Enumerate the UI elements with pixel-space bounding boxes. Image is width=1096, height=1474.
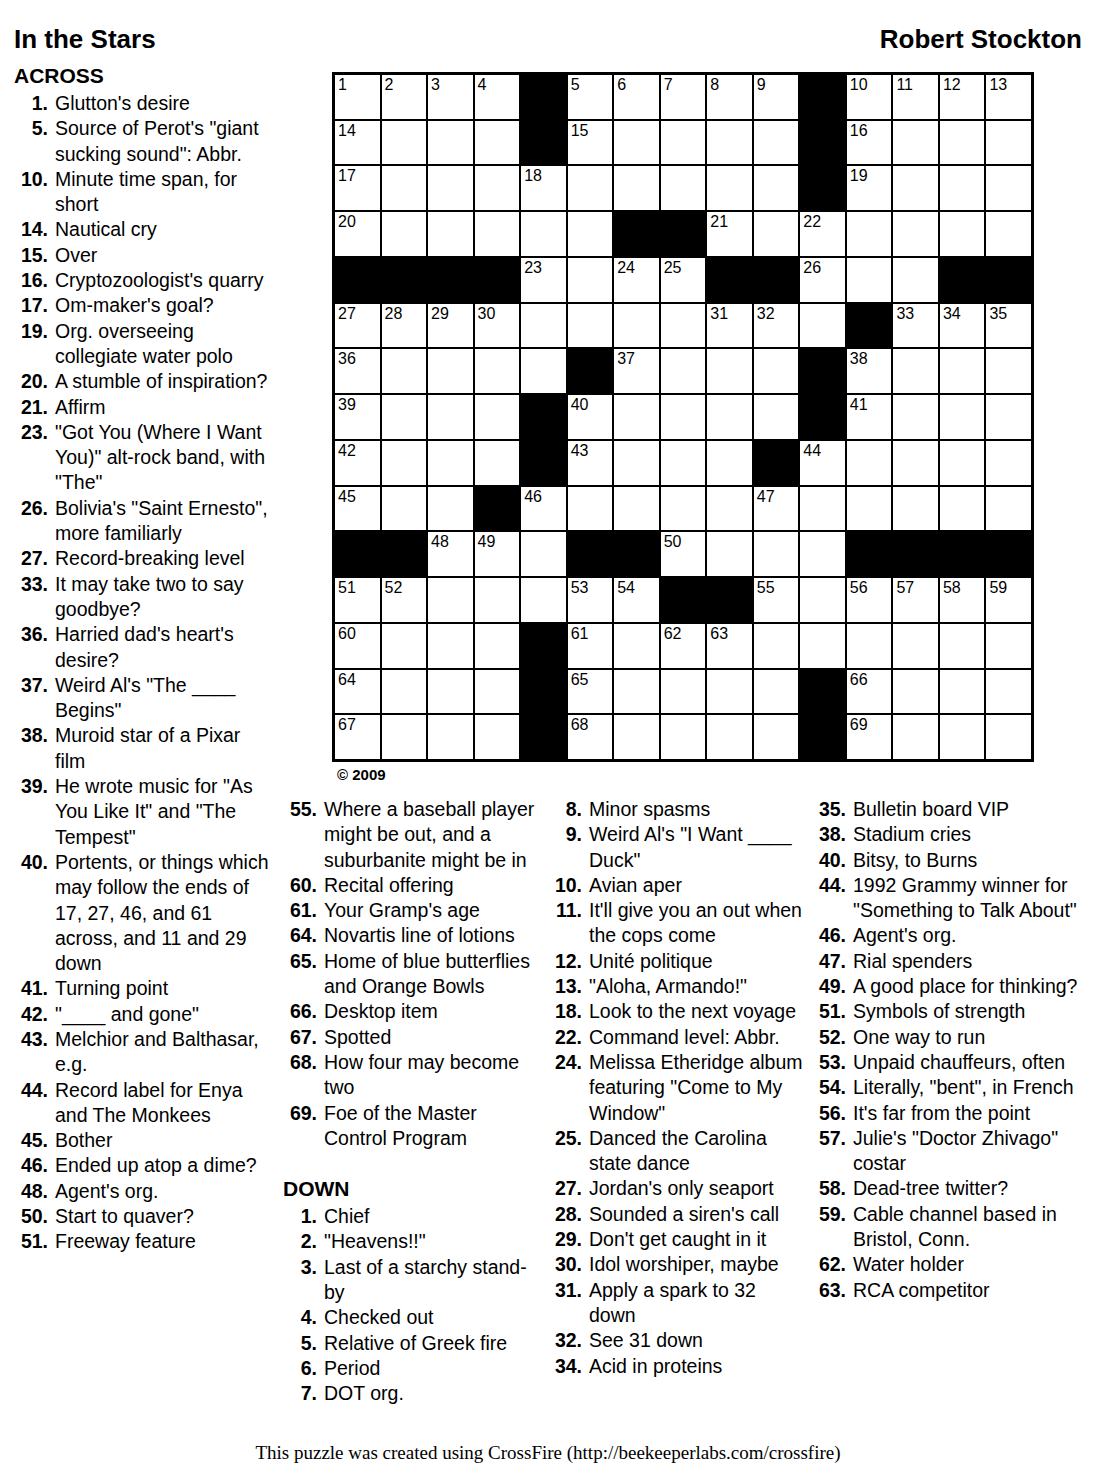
clue-number: 13.: [548, 974, 589, 999]
grid-cell-r5c5[interactable]: 23: [521, 258, 566, 302]
grid-cell-r2c1[interactable]: 14: [335, 121, 380, 165]
grid-cell-r10c8[interactable]: [661, 487, 706, 531]
cell-number: 2: [385, 76, 394, 93]
grid-cell-r14c3[interactable]: [428, 670, 473, 714]
grid-cell-r12c4[interactable]: [475, 578, 520, 622]
clue-number: 37.: [14, 673, 55, 698]
down-clue-38: 38.Stadium cries: [812, 822, 1094, 847]
clue-number: 8.: [548, 797, 589, 822]
grid-cell-r2c2[interactable]: [382, 121, 427, 165]
grid-cell-r6c4[interactable]: 30: [475, 304, 520, 348]
grid-cell-r9c4[interactable]: [475, 441, 520, 485]
grid-cell-r6c3[interactable]: 29: [428, 304, 473, 348]
grid-cell-r4c15[interactable]: [986, 212, 1031, 256]
grid-cell-r9c2[interactable]: [382, 441, 427, 485]
grid-cell-r13c6[interactable]: 61: [568, 624, 613, 668]
grid-cell-r6c6[interactable]: [568, 304, 613, 348]
clue-text: Minute time span, for short: [55, 167, 272, 218]
grid-cell-r6c15[interactable]: 35: [986, 304, 1031, 348]
puzzle-page: In the Stars Robert Stockton ACROSS 1.Gl…: [0, 0, 1096, 1474]
clue-number: 5.: [14, 116, 55, 141]
grid-cell-r7c15[interactable]: [986, 349, 1031, 393]
grid-cell-r4c11[interactable]: 22: [800, 212, 845, 256]
grid-cell-r1c8[interactable]: 7: [661, 75, 706, 119]
grid-cell-r13c7[interactable]: [614, 624, 659, 668]
grid-cell-r4c12[interactable]: [847, 212, 892, 256]
grid-cell-r15c9[interactable]: [707, 715, 752, 759]
block-cell-r5c4: [475, 258, 520, 302]
cell-number: 14: [338, 122, 356, 139]
grid-cell-r15c13[interactable]: [893, 715, 938, 759]
grid-cell-r9c11[interactable]: 44: [800, 441, 845, 485]
grid-cell-r11c8[interactable]: 50: [661, 532, 706, 576]
cell-number: 29: [431, 305, 449, 322]
clue-number: 41.: [14, 976, 55, 1001]
grid-cell-r5c6[interactable]: [568, 258, 613, 302]
grid-cell-r3c1[interactable]: 17: [335, 166, 380, 210]
grid-cell-r1c10[interactable]: 9: [754, 75, 799, 119]
grid-cell-r15c4[interactable]: [475, 715, 520, 759]
grid-cell-r15c7[interactable]: [614, 715, 659, 759]
grid-cell-r6c9[interactable]: 31: [707, 304, 752, 348]
grid-cell-r1c1[interactable]: 1: [335, 75, 380, 119]
grid-cell-r6c2[interactable]: 28: [382, 304, 427, 348]
grid-cell-r3c4[interactable]: [475, 166, 520, 210]
across-clue-37: 37.Weird Al's "The ____ Begins": [14, 673, 272, 724]
across-clue-64: 64.Novartis line of lotions: [283, 923, 543, 948]
block-cell-r1c11: [800, 75, 845, 119]
grid-cell-r14c10[interactable]: [754, 670, 799, 714]
down-clue-34: 34.Acid in proteins: [548, 1354, 805, 1379]
grid-cell-r7c4[interactable]: [475, 349, 520, 393]
grid-cell-r14c15[interactable]: [986, 670, 1031, 714]
grid-cell-r6c8[interactable]: [661, 304, 706, 348]
block-cell-r5c14: [940, 258, 985, 302]
clue-text: Agent's org.: [55, 1179, 272, 1204]
grid-cell-r6c5[interactable]: [521, 304, 566, 348]
grid-cell-r12c7[interactable]: 54: [614, 578, 659, 622]
grid-cell-r5c13[interactable]: [893, 258, 938, 302]
cell-number: 30: [478, 305, 496, 322]
grid-cell-r8c13[interactable]: [893, 395, 938, 439]
cell-number: 60: [338, 625, 356, 642]
clue-text: RCA competitor: [853, 1278, 1094, 1303]
cell-number: 38: [850, 350, 868, 367]
grid-cell-r8c6[interactable]: 40: [568, 395, 613, 439]
grid-cell-r7c9[interactable]: [707, 349, 752, 393]
grid-cell-r1c12[interactable]: 10: [847, 75, 892, 119]
grid-cell-r1c6[interactable]: 5: [568, 75, 613, 119]
clue-text: Foe of the Master Control Program: [324, 1101, 543, 1152]
grid-cell-r13c11[interactable]: [800, 624, 845, 668]
grid-cell-r15c10[interactable]: [754, 715, 799, 759]
grid-cell-r4c2[interactable]: [382, 212, 427, 256]
grid-cell-r9c15[interactable]: [986, 441, 1031, 485]
clue-number: 12.: [548, 949, 589, 974]
clue-number: 40.: [14, 850, 55, 875]
grid-cell-r3c14[interactable]: [940, 166, 985, 210]
cell-number: 62: [664, 625, 682, 642]
across-clue-1: 1.Glutton's desire: [14, 91, 272, 116]
block-cell-r14c5: [521, 670, 566, 714]
grid-cell-r11c10[interactable]: [754, 532, 799, 576]
grid-cell-r11c4[interactable]: 49: [475, 532, 520, 576]
grid-cell-r6c11[interactable]: [800, 304, 845, 348]
cell-number: 65: [571, 671, 589, 688]
grid-cell-r2c15[interactable]: [986, 121, 1031, 165]
grid-cell-r12c1[interactable]: 51: [335, 578, 380, 622]
block-cell-r11c14: [940, 532, 985, 576]
grid-cell-r12c2[interactable]: 52: [382, 578, 427, 622]
grid-cell-r13c9[interactable]: 63: [707, 624, 752, 668]
bottom-column-2: 8.Minor spasms9.Weird Al's "I Want ____ …: [548, 797, 805, 1379]
grid-cell-r8c3[interactable]: [428, 395, 473, 439]
down-clue-10: 10.Avian aper: [548, 873, 805, 898]
grid-cell-r15c14[interactable]: [940, 715, 985, 759]
grid-cell-r1c13[interactable]: 11: [893, 75, 938, 119]
grid-cell-r8c8[interactable]: [661, 395, 706, 439]
grid-cell-r10c5[interactable]: 46: [521, 487, 566, 531]
clue-text: Chief: [324, 1204, 543, 1229]
down-clue-4: 4.Checked out: [283, 1305, 543, 1330]
grid-cell-r8c10[interactable]: [754, 395, 799, 439]
grid-cell-r11c9[interactable]: [707, 532, 752, 576]
copyright-notice: © 2009: [337, 766, 386, 783]
grid-cell-r8c12[interactable]: 41: [847, 395, 892, 439]
clue-text: Where a baseball player might be out, an…: [324, 797, 543, 873]
clue-text: Unpaid chauffeurs, often: [853, 1050, 1094, 1075]
grid-cell-r4c6[interactable]: [568, 212, 613, 256]
grid-cell-r8c7[interactable]: [614, 395, 659, 439]
grid-cell-r3c9[interactable]: [707, 166, 752, 210]
across-clue-65: 65.Home of blue butterflies and Orange B…: [283, 949, 543, 1000]
down-clue-35: 35.Bulletin board VIP: [812, 797, 1094, 822]
grid-cell-r3c5[interactable]: 18: [521, 166, 566, 210]
grid-cell-r10c10[interactable]: 47: [754, 487, 799, 531]
grid-cell-r7c14[interactable]: [940, 349, 985, 393]
grid-cell-r6c7[interactable]: [614, 304, 659, 348]
grid-cell-r13c2[interactable]: [382, 624, 427, 668]
grid-cell-r7c10[interactable]: [754, 349, 799, 393]
block-cell-r12c9: [707, 578, 752, 622]
grid-cell-r5c12[interactable]: [847, 258, 892, 302]
grid-cell-r11c5[interactable]: [521, 532, 566, 576]
grid-cell-r1c15[interactable]: 13: [986, 75, 1031, 119]
clue-text: Weird Al's "The ____ Begins": [55, 673, 272, 724]
grid-cell-r15c2[interactable]: [382, 715, 427, 759]
grid-cell-r3c13[interactable]: [893, 166, 938, 210]
clue-text: Julie's "Doctor Zhivago" costar: [853, 1126, 1094, 1177]
grid-cell-r9c9[interactable]: [707, 441, 752, 485]
grid-cell-r1c14[interactable]: 12: [940, 75, 985, 119]
clue-number: 5.: [283, 1331, 324, 1356]
across-clue-51: 51.Freeway feature: [14, 1229, 272, 1254]
grid-cell-r14c4[interactable]: [475, 670, 520, 714]
block-cell-r5c15: [986, 258, 1031, 302]
grid-cell-r14c2[interactable]: [382, 670, 427, 714]
grid-cell-r12c5[interactable]: [521, 578, 566, 622]
grid-cell-r3c6[interactable]: [568, 166, 613, 210]
grid-cell-r14c7[interactable]: [614, 670, 659, 714]
grid-cell-r8c15[interactable]: [986, 395, 1031, 439]
grid-cell-r2c10[interactable]: [754, 121, 799, 165]
grid-cell-r12c12[interactable]: 56: [847, 578, 892, 622]
grid-cell-r1c2[interactable]: 2: [382, 75, 427, 119]
grid-cell-r4c4[interactable]: [475, 212, 520, 256]
grid-cell-r7c12[interactable]: 38: [847, 349, 892, 393]
grid-cell-r2c13[interactable]: [893, 121, 938, 165]
clue-number: 23.: [14, 420, 55, 445]
cell-number: 54: [617, 579, 635, 596]
cell-number: 50: [664, 533, 682, 550]
grid-cell-r9c6[interactable]: 43: [568, 441, 613, 485]
clue-text: Glutton's desire: [55, 91, 272, 116]
grid-cell-r9c3[interactable]: [428, 441, 473, 485]
cell-number: 11: [896, 76, 913, 93]
grid-cell-r3c15[interactable]: [986, 166, 1031, 210]
clue-number: 53.: [812, 1050, 853, 1075]
down-clue-27: 27.Jordan's only seaport: [548, 1176, 805, 1201]
grid-cell-r10c13[interactable]: [893, 487, 938, 531]
grid-cell-r12c15[interactable]: 59: [986, 578, 1031, 622]
clue-text: Don't get caught in it: [589, 1227, 805, 1252]
grid-cell-r13c1[interactable]: 60: [335, 624, 380, 668]
clue-number: 60.: [283, 873, 324, 898]
grid-cell-r8c1[interactable]: 39: [335, 395, 380, 439]
grid-cell-r9c1[interactable]: 42: [335, 441, 380, 485]
grid-cell-r6c1[interactable]: 27: [335, 304, 380, 348]
grid-cell-r4c5[interactable]: [521, 212, 566, 256]
cell-number: 24: [617, 259, 635, 276]
grid-cell-r8c9[interactable]: [707, 395, 752, 439]
grid-cell-r13c13[interactable]: [893, 624, 938, 668]
grid-cell-r4c13[interactable]: [893, 212, 938, 256]
grid-cell-r15c1[interactable]: 67: [335, 715, 380, 759]
grid-cell-r11c11[interactable]: [800, 532, 845, 576]
clue-text: Cable channel based in Bristol, Conn.: [853, 1202, 1094, 1253]
clue-number: 55.: [283, 797, 324, 822]
clue-number: 22.: [548, 1025, 589, 1050]
grid-cell-r10c9[interactable]: [707, 487, 752, 531]
grid-cell-r14c6[interactable]: 65: [568, 670, 613, 714]
grid-cell-r1c7[interactable]: 6: [614, 75, 659, 119]
clue-number: 10.: [14, 167, 55, 192]
grid-cell-r3c2[interactable]: [382, 166, 427, 210]
grid-cell-r13c14[interactable]: [940, 624, 985, 668]
grid-cell-r2c4[interactable]: [475, 121, 520, 165]
grid-cell-r6c13[interactable]: 33: [893, 304, 938, 348]
clue-text: Sounded a siren's call: [589, 1202, 805, 1227]
grid-cell-r4c14[interactable]: [940, 212, 985, 256]
block-cell-r8c11: [800, 395, 845, 439]
across-clue-42: 42."____ and gone": [14, 1002, 272, 1027]
grid-cell-r15c3[interactable]: [428, 715, 473, 759]
grid-cell-r14c1[interactable]: 64: [335, 670, 380, 714]
block-cell-r5c9: [707, 258, 752, 302]
cell-number: 57: [896, 579, 914, 596]
grid-cell-r12c10[interactable]: 55: [754, 578, 799, 622]
grid-cell-r4c10[interactable]: [754, 212, 799, 256]
bottom-column-3: 35.Bulletin board VIP38.Stadium cries40.…: [812, 797, 1094, 1303]
grid-cell-r14c9[interactable]: [707, 670, 752, 714]
down-clue-24: 24.Melissa Etheridge album featuring "Co…: [548, 1050, 805, 1126]
grid-cell-r12c14[interactable]: 58: [940, 578, 985, 622]
clue-text: 1992 Grammy winner for "Something to Tal…: [853, 873, 1094, 924]
block-cell-r1c5: [521, 75, 566, 119]
grid-cell-r7c1[interactable]: 36: [335, 349, 380, 393]
grid-cell-r3c12[interactable]: 19: [847, 166, 892, 210]
grid-cell-r14c13[interactable]: [893, 670, 938, 714]
across-clue-43: 43.Melchior and Balthasar, e.g.: [14, 1027, 272, 1078]
clue-text: Minor spasms: [589, 797, 805, 822]
grid-cell-r12c13[interactable]: 57: [893, 578, 938, 622]
grid-cell-r9c14[interactable]: [940, 441, 985, 485]
grid-cell-r13c15[interactable]: [986, 624, 1031, 668]
cell-number: 23: [524, 259, 542, 276]
grid-cell-r14c12[interactable]: 66: [847, 670, 892, 714]
cell-number: 67: [338, 716, 356, 733]
clue-number: 54.: [812, 1075, 853, 1100]
grid-cell-r13c3[interactable]: [428, 624, 473, 668]
block-cell-r6c12: [847, 304, 892, 348]
clue-text: Harried dad's heart's desire?: [55, 622, 272, 673]
grid-cell-r9c12[interactable]: [847, 441, 892, 485]
block-cell-r7c11: [800, 349, 845, 393]
across-clue-39: 39.He wrote music for "As You Like It" a…: [14, 774, 272, 850]
grid-cell-r12c11[interactable]: [800, 578, 845, 622]
grid-cell-r2c3[interactable]: [428, 121, 473, 165]
grid-cell-r7c8[interactable]: [661, 349, 706, 393]
down-clue-57: 57.Julie's "Doctor Zhivago" costar: [812, 1126, 1094, 1177]
grid-cell-r7c5[interactable]: [521, 349, 566, 393]
grid-cell-r8c4[interactable]: [475, 395, 520, 439]
grid-cell-r5c7[interactable]: 24: [614, 258, 659, 302]
across-clue-17: 17.Om-maker's goal?: [14, 293, 272, 318]
cell-number: 53: [571, 579, 589, 596]
grid-cell-r15c12[interactable]: 69: [847, 715, 892, 759]
grid-cell-r7c7[interactable]: 37: [614, 349, 659, 393]
across-clue-55: 55.Where a baseball player might be out,…: [283, 797, 543, 873]
grid-cell-r13c8[interactable]: 62: [661, 624, 706, 668]
down-header: DOWN: [283, 1176, 543, 1202]
grid-cell-r12c3[interactable]: [428, 578, 473, 622]
grid-cell-r5c8[interactable]: 25: [661, 258, 706, 302]
cell-number: 5: [571, 76, 580, 93]
clue-number: 44.: [14, 1078, 55, 1103]
grid-cell-r4c9[interactable]: 21: [707, 212, 752, 256]
grid-cell-r7c13[interactable]: [893, 349, 938, 393]
clue-number: 11.: [548, 898, 589, 923]
clue-number: 18.: [548, 999, 589, 1024]
down-clue-list: 1.Chief2."Heavens!!"3.Last of a starchy …: [283, 1204, 543, 1406]
grid-cell-r3c10[interactable]: [754, 166, 799, 210]
grid-cell-r3c8[interactable]: [661, 166, 706, 210]
grid-cell-r2c12[interactable]: 16: [847, 121, 892, 165]
clue-text: Source of Perot's "giant sucking sound":…: [55, 116, 272, 167]
grid-cell-r1c9[interactable]: 8: [707, 75, 752, 119]
grid-cell-r10c1[interactable]: 45: [335, 487, 380, 531]
grid-cell-r5c11[interactable]: 26: [800, 258, 845, 302]
grid-cell-r14c14[interactable]: [940, 670, 985, 714]
grid-cell-r13c4[interactable]: [475, 624, 520, 668]
grid-cell-r4c3[interactable]: [428, 212, 473, 256]
clue-number: 40.: [812, 848, 853, 873]
grid-cell-r2c14[interactable]: [940, 121, 985, 165]
clue-number: 38.: [812, 822, 853, 847]
grid-cell-r7c2[interactable]: [382, 349, 427, 393]
clue-text: Symbols of strength: [853, 999, 1094, 1024]
grid-cell-r15c6[interactable]: 68: [568, 715, 613, 759]
cell-number: 31: [710, 305, 728, 322]
grid-cell-r2c9[interactable]: [707, 121, 752, 165]
grid-cell-r2c6[interactable]: 15: [568, 121, 613, 165]
block-cell-r4c8: [661, 212, 706, 256]
grid-cell-r10c14[interactable]: [940, 487, 985, 531]
grid-cell-r1c4[interactable]: 4: [475, 75, 520, 119]
cell-number: 18: [524, 167, 542, 184]
down-clue-2: 2."Heavens!!": [283, 1229, 543, 1254]
cell-number: 61: [571, 625, 589, 642]
grid-cell-r10c3[interactable]: [428, 487, 473, 531]
cell-number: 28: [385, 305, 403, 322]
clue-text: A stumble of inspiration?: [55, 369, 272, 394]
grid-cell-r4c1[interactable]: 20: [335, 212, 380, 256]
grid-cell-r10c15[interactable]: [986, 487, 1031, 531]
clue-text: Novartis line of lotions: [324, 923, 543, 948]
clue-text: Unité politique: [589, 949, 805, 974]
grid-cell-r13c10[interactable]: [754, 624, 799, 668]
clue-number: 66.: [283, 999, 324, 1024]
down-clue-1: 1.Chief: [283, 1204, 543, 1229]
grid-cell-r15c15[interactable]: [986, 715, 1031, 759]
clue-text: "Got You (Where I Want You)" alt-rock ba…: [55, 420, 272, 496]
grid-cell-r9c13[interactable]: [893, 441, 938, 485]
grid-cell-r10c11[interactable]: [800, 487, 845, 531]
grid-cell-r6c14[interactable]: 34: [940, 304, 985, 348]
grid-cell-r10c2[interactable]: [382, 487, 427, 531]
grid-cell-r8c2[interactable]: [382, 395, 427, 439]
grid-cell-r2c8[interactable]: [661, 121, 706, 165]
clue-text: Jordan's only seaport: [589, 1176, 805, 1201]
across-clue-50: 50.Start to quaver?: [14, 1204, 272, 1229]
cell-number: 49: [478, 533, 496, 550]
grid-cell-r14c8[interactable]: [661, 670, 706, 714]
grid-cell-r3c3[interactable]: [428, 166, 473, 210]
grid-cell-r10c12[interactable]: [847, 487, 892, 531]
grid-cell-r15c8[interactable]: [661, 715, 706, 759]
across-clue-38: 38.Muroid star of a Pixar film: [14, 723, 272, 774]
grid-cell-r10c7[interactable]: [614, 487, 659, 531]
grid-cell-r8c14[interactable]: [940, 395, 985, 439]
grid-cell-r2c7[interactable]: [614, 121, 659, 165]
grid-cell-r10c6[interactable]: [568, 487, 613, 531]
grid-cell-r12c6[interactable]: 53: [568, 578, 613, 622]
grid-cell-r7c3[interactable]: [428, 349, 473, 393]
clue-text: Freeway feature: [55, 1229, 272, 1254]
grid-cell-r1c3[interactable]: 3: [428, 75, 473, 119]
grid-cell-r6c10[interactable]: 32: [754, 304, 799, 348]
across-clue-26: 26.Bolivia's "Saint Ernesto", more famil…: [14, 496, 272, 547]
grid-cell-r3c7[interactable]: [614, 166, 659, 210]
grid-cell-r9c7[interactable]: [614, 441, 659, 485]
down-clue-11: 11.It'll give you an out when the cops c…: [548, 898, 805, 949]
grid-cell-r9c8[interactable]: [661, 441, 706, 485]
clue-text: It may take two to say goodbye?: [55, 572, 272, 623]
grid-cell-r13c12[interactable]: [847, 624, 892, 668]
across-header: ACROSS: [14, 63, 272, 89]
grid-cell-r11c3[interactable]: 48: [428, 532, 473, 576]
cell-number: 32: [757, 305, 775, 322]
